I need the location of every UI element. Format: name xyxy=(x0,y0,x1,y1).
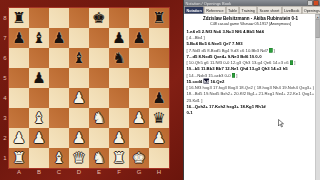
square-a7[interactable]: ♟ xyxy=(9,28,29,48)
piece-white-pawn[interactable]: ♟ xyxy=(9,128,29,148)
scroll-up-icon[interactable]: ▲ xyxy=(316,14,320,19)
square-g4[interactable] xyxy=(129,88,149,108)
move-text[interactable]: [ 10.Qh5 g6 11.Nf3 0-0 12.g3 Qh3 13.g4 Q… xyxy=(187,60,290,65)
square-b3[interactable]: ♝ xyxy=(29,108,49,128)
move-text[interactable]: [ 7.Nd3 d5 8.Bxd5 Bg4 9.d3 c6 10.Bb3 Nd7 xyxy=(187,47,270,52)
tab-training[interactable]: Training xyxy=(239,7,256,14)
piece-white-pawn[interactable]: ♟ xyxy=(69,128,89,148)
file-labels: abcdefgh xyxy=(9,168,169,177)
square-c5[interactable] xyxy=(49,68,69,88)
square-a5[interactable] xyxy=(9,68,29,88)
piece-black-pawn[interactable]: ♟ xyxy=(9,28,29,48)
chessbase-window: 87654321 ♜♚♜♟♝♟♟♟♝♞♟♟♟♝♞♟♛♟♟♟♟♟♜♝♛♞♜♚ ab… xyxy=(0,0,320,180)
piece-black-king[interactable]: ♚ xyxy=(89,8,109,28)
move-text[interactable]: 16...Qxh2+ 17.Kxh2 hxg3+ 18.Kg1 Rh1# xyxy=(187,104,266,109)
notation-panel: Notation / Openings Book NotationReferen… xyxy=(184,0,320,180)
square-f1[interactable]: ♜ xyxy=(109,148,129,168)
square-f6[interactable]: ♞ xyxy=(109,48,129,68)
file-label-f: f xyxy=(109,168,129,177)
move-text[interactable]: 7...d5 8.Nxd5 Qxe4+ 9.Ne3 Bd6 10.0-0 xyxy=(187,54,262,59)
square-b1[interactable] xyxy=(29,148,49,168)
rank-labels: 87654321 xyxy=(1,8,9,168)
piece-black-pawn[interactable]: ♟ xyxy=(49,28,69,48)
square-h3[interactable]: ♛ xyxy=(149,108,169,128)
square-c8[interactable] xyxy=(49,8,69,28)
square-e4[interactable] xyxy=(89,88,109,108)
square-b7[interactable]: ♝ xyxy=(29,28,49,48)
square-e2[interactable] xyxy=(89,128,109,148)
minimize-icon[interactable] xyxy=(308,1,313,6)
notation-line[interactable]: 0-1 xyxy=(187,109,315,115)
piece-black-pawn[interactable]: ♟ xyxy=(29,68,49,88)
piece-white-bishop[interactable]: ♝ xyxy=(29,108,49,128)
square-d3[interactable] xyxy=(69,108,89,128)
square-e6[interactable] xyxy=(89,48,109,68)
tab-openings-book[interactable]: Openings Book xyxy=(302,7,320,14)
square-e1[interactable]: ♞ xyxy=(89,148,109,168)
piece-black-bishop[interactable]: ♝ xyxy=(29,28,49,48)
square-a1[interactable]: ♜ xyxy=(9,148,29,168)
rank-label-2: 2 xyxy=(1,128,9,148)
square-a2[interactable]: ♟ xyxy=(9,128,29,148)
file-label-e: e xyxy=(89,168,109,177)
square-a8[interactable]: ♜ xyxy=(9,8,29,28)
square-h5[interactable] xyxy=(149,68,169,88)
rank-label-3: 3 xyxy=(1,108,9,128)
move-text[interactable]: 16.Qe2 xyxy=(209,79,224,84)
close-icon[interactable] xyxy=(314,1,319,6)
rank-label-1: 1 xyxy=(1,148,9,168)
square-e7[interactable] xyxy=(89,28,109,48)
square-f8[interactable] xyxy=(109,8,129,28)
move-text[interactable]: [ 16.Nf3 hxg3 17.fxg3 Bxg3 18.Qe2 ( 18.h… xyxy=(187,85,315,90)
move-text[interactable]: ] xyxy=(293,60,295,65)
square-a3[interactable] xyxy=(9,108,29,128)
piece-white-king[interactable]: ♚ xyxy=(129,148,149,168)
square-c7[interactable]: ♟ xyxy=(49,28,69,48)
rank-label-7: 7 xyxy=(1,28,9,48)
move-text[interactable]: 15.cxd4 xyxy=(187,79,204,84)
file-label-b: b xyxy=(29,168,49,177)
move-text[interactable]: 18...Bd5 19.Nxd5 Bxh2+ 20.Kf2 Bg1+ 21.Rx… xyxy=(187,91,315,96)
file-label-d: d xyxy=(69,168,89,177)
piece-white-rook[interactable]: ♜ xyxy=(9,148,29,168)
piece-white-pawn[interactable]: ♟ xyxy=(69,88,89,108)
piece-black-rook[interactable]: ♜ xyxy=(149,8,169,28)
square-f2[interactable]: ♟ xyxy=(109,128,129,148)
move-text[interactable]: [ 14...Nxb3 15.axb3 0-0 xyxy=(187,72,232,77)
square-d1[interactable]: ♛ xyxy=(69,148,89,168)
square-h7[interactable] xyxy=(149,28,169,48)
square-e8[interactable]: ♚ xyxy=(89,8,109,28)
file-label-c: c xyxy=(49,168,69,177)
square-c6[interactable] xyxy=(49,48,69,68)
square-d4[interactable]: ♟ xyxy=(69,88,89,108)
tab-table[interactable]: Table xyxy=(226,7,239,14)
tab-notation[interactable]: Notation xyxy=(185,7,204,14)
file-label-h: h xyxy=(149,168,169,177)
square-b8[interactable] xyxy=(29,8,49,28)
piece-black-pawn[interactable]: ♟ xyxy=(109,28,129,48)
square-a6[interactable] xyxy=(9,48,29,68)
move-text[interactable]: ] xyxy=(235,72,237,77)
chess-board[interactable]: ♜♚♜♟♝♟♟♟♝♞♟♟♟♝♞♟♛♟♟♟♟♟♜♝♛♞♜♚ xyxy=(9,8,169,168)
move-text[interactable]: [ 4...Bb4 ] xyxy=(187,35,205,40)
square-g1[interactable]: ♚ xyxy=(129,148,149,168)
rank-label-5: 5 xyxy=(1,68,9,88)
pane-title: Notation / Openings Book xyxy=(186,1,232,6)
square-d5[interactable] xyxy=(69,68,89,88)
square-c2[interactable] xyxy=(49,128,69,148)
square-f7[interactable]: ♟ xyxy=(109,28,129,48)
square-h4[interactable]: ♟ xyxy=(149,88,169,108)
square-a4[interactable] xyxy=(9,88,29,108)
move-list: 1.e4 e5 2.Nf3 Nc6 3.Nc3 Nf6 4.Bb5 Nd4[ 4… xyxy=(184,28,320,116)
tab-livebook[interactable]: LiveBook xyxy=(282,7,301,14)
piece-black-pawn[interactable]: ♟ xyxy=(129,28,149,48)
square-b5[interactable]: ♟ xyxy=(29,68,49,88)
square-h6[interactable] xyxy=(149,48,169,68)
square-f4[interactable] xyxy=(109,88,129,108)
move-text[interactable]: 10...b5 11.Bb3 Bb7 12.Ne1 Qh4 13.g3 Qh3 … xyxy=(187,66,288,71)
file-label-g: g xyxy=(129,168,149,177)
piece-black-pawn[interactable]: ♟ xyxy=(149,88,169,108)
square-g2[interactable] xyxy=(129,128,149,148)
square-e5[interactable] xyxy=(89,68,109,88)
square-b4[interactable] xyxy=(29,88,49,108)
piece-white-bishop[interactable]: ♝ xyxy=(49,148,69,168)
square-d6[interactable]: ♝ xyxy=(69,48,89,68)
square-e3[interactable]: ♞ xyxy=(89,108,109,128)
move-text[interactable]: ] xyxy=(272,47,274,52)
rank-label-6: 6 xyxy=(1,48,9,68)
notation-line[interactable]: 18...Bd5 19.Nxd5 Bxh2+ 20.Kf2 Bg1+ 21.Rx… xyxy=(187,91,315,97)
piece-black-knight[interactable]: ♞ xyxy=(109,48,129,68)
piece-black-bishop[interactable]: ♝ xyxy=(69,48,89,68)
square-g7[interactable]: ♟ xyxy=(129,28,149,48)
piece-white-pawn[interactable]: ♟ xyxy=(129,108,149,128)
move-text[interactable]: 0-1 xyxy=(187,110,193,115)
square-d8[interactable] xyxy=(69,8,89,28)
square-f5[interactable] xyxy=(109,68,129,88)
square-g3[interactable]: ♟ xyxy=(129,108,149,128)
square-g6[interactable] xyxy=(129,48,149,68)
square-h8[interactable]: ♜ xyxy=(149,8,169,28)
square-c4[interactable] xyxy=(49,88,69,108)
rank-label-8: 8 xyxy=(1,8,9,28)
square-h1[interactable] xyxy=(149,148,169,168)
piece-black-queen[interactable]: ♛ xyxy=(149,108,169,128)
piece-black-rook[interactable]: ♜ xyxy=(9,8,29,28)
tab-reference[interactable]: Reference xyxy=(204,7,225,14)
scrollbar[interactable]: ▲ xyxy=(315,14,320,180)
board-area: 87654321 ♜♚♜♟♝♟♟♟♝♞♟♟♟♝♞♟♛♟♟♟♟♟♜♝♛♞♜♚ ab… xyxy=(0,0,184,180)
piece-white-queen[interactable]: ♛ xyxy=(69,148,89,168)
scroll-thumb[interactable] xyxy=(316,19,320,38)
move-text[interactable]: 1.e4 e5 2.Nf3 Nc6 3.Nc3 Nf6 4.Bb5 Nd4 xyxy=(187,29,264,34)
square-c1[interactable]: ♝ xyxy=(49,148,69,168)
piece-white-pawn[interactable]: ♟ xyxy=(109,128,129,148)
move-text[interactable]: 5.Bc4 Bc5 6.Nxe5 Qe7 7.Nf3 xyxy=(187,41,243,46)
square-d2[interactable]: ♟ xyxy=(69,128,89,148)
square-b6[interactable] xyxy=(29,48,49,68)
game-header: Zdzislaw Belsitzmann - Akiba Rubinstein … xyxy=(186,16,315,21)
square-g8[interactable] xyxy=(129,8,149,28)
piece-white-knight[interactable]: ♞ xyxy=(89,108,109,128)
square-g5[interactable] xyxy=(129,68,149,88)
square-c3[interactable] xyxy=(49,108,69,128)
square-f3[interactable] xyxy=(109,108,129,128)
square-d7[interactable] xyxy=(69,28,89,48)
piece-white-knight[interactable]: ♞ xyxy=(89,148,109,168)
piece-white-pawn[interactable]: ♟ xyxy=(149,128,169,148)
piece-white-pawn[interactable]: ♟ xyxy=(29,128,49,148)
mouse-cursor-icon xyxy=(278,119,284,128)
game-details: C48 casual game Warsaw 05.1917 [Anonymou… xyxy=(186,22,315,27)
tab-score-sheet[interactable]: Score sheet xyxy=(257,7,281,14)
square-h2[interactable]: ♟ xyxy=(149,128,169,148)
tab-bar: NotationReferenceTableTrainingScore shee… xyxy=(184,6,320,14)
piece-white-rook[interactable]: ♜ xyxy=(109,148,129,168)
rank-label-4: 4 xyxy=(1,88,9,108)
move-text[interactable]: 23.Kd1 ] xyxy=(187,97,203,102)
square-b2[interactable]: ♟ xyxy=(29,128,49,148)
file-label-a: a xyxy=(9,168,29,177)
